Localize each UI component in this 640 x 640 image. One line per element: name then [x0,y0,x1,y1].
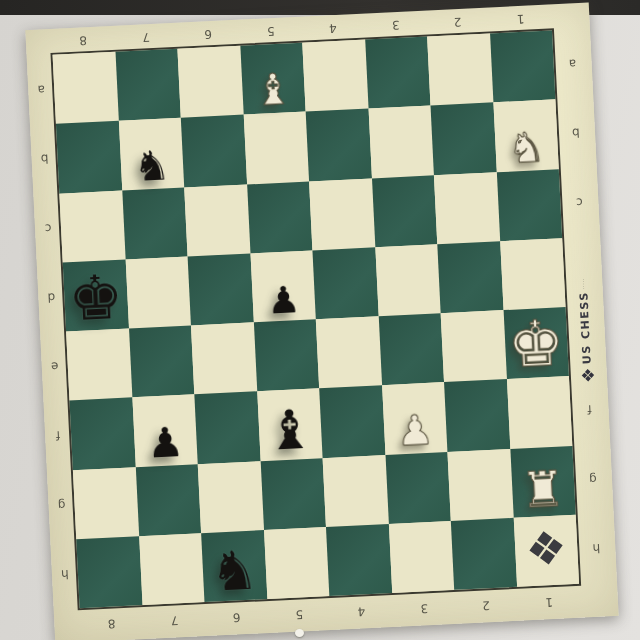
square-h4 [326,524,392,596]
rank-label-7: 7 [142,602,206,639]
square-b3 [368,106,434,178]
square-d8: ♚ [63,259,129,331]
square-e4 [316,316,382,388]
black-knight-b7: ♞ [133,145,172,188]
square-f1 [506,376,572,448]
us-chess-logo-square-icon: ❖ [522,523,570,575]
square-c4 [309,178,375,250]
square-d6 [188,253,254,325]
square-e5 [253,319,319,391]
square-a5: ♝ [240,43,306,115]
square-c1 [496,169,562,241]
file-label-f: f [44,401,73,471]
square-a1 [490,30,556,102]
square-b1: ♞ [493,100,559,172]
square-c8 [59,190,125,262]
square-h7 [139,533,205,605]
square-f6 [194,392,260,464]
chess-board: ♝♞♞♚♟♚♟♝♟♜♞❖ [53,30,579,608]
rank-label-4: 4 [329,593,393,630]
square-d3 [375,244,441,316]
white-pawn-f3: ♟ [396,409,435,452]
square-g4 [323,455,389,527]
square-f5: ♝ [257,388,323,460]
file-label-a: a [27,55,56,125]
us-chess-diamond-icon: ❖ [580,366,596,384]
square-b5 [243,112,309,184]
square-g8 [73,467,139,539]
file-label-h: h [576,513,617,584]
square-a7 [115,49,181,121]
black-pawn-d5: ♟ [266,281,301,320]
rank-label-1: 1 [517,584,581,621]
square-h2 [451,518,517,590]
file-label-c: c [33,193,62,263]
square-f3: ♟ [382,382,448,454]
square-e7 [129,325,195,397]
square-a3 [365,37,431,109]
white-rook-g1: ♜ [520,464,566,515]
square-d1 [500,238,566,310]
square-e1: ♚ [503,307,569,379]
square-a2 [427,33,493,105]
rank-label-3: 3 [392,590,456,627]
file-label-b: b [555,98,596,169]
square-b6 [181,115,247,187]
square-g6 [198,461,264,533]
square-e6 [191,322,257,394]
file-label-h: h [50,539,79,609]
file-label-f: f [569,374,610,445]
square-a4 [302,40,368,112]
square-f4 [319,385,385,457]
square-a8 [53,52,119,124]
square-b8 [56,121,122,193]
square-h6: ♞ [201,530,267,602]
file-label-c: c [559,167,600,238]
square-g1: ♜ [510,445,576,517]
square-g5 [260,458,326,530]
square-h5 [264,527,330,599]
square-b2 [431,103,497,175]
us-chess-small-print: ····· [581,278,587,290]
file-label-g: g [572,444,613,515]
square-c6 [184,184,250,256]
square-d4 [312,247,378,319]
black-bishop-f5: ♝ [264,402,315,458]
square-f2 [444,379,510,451]
white-king-e1: ♚ [506,311,565,377]
square-d5: ♟ [250,250,316,322]
stray-white-speck [295,629,304,637]
square-c3 [371,175,437,247]
photo-scene: 87654321 87654321 abcdefgh abcfgh ♝♞♞♚♟♚… [0,0,640,640]
vinyl-chess-mat: 87654321 87654321 abcdefgh abcfgh ♝♞♞♚♟♚… [25,3,618,640]
file-label-e: e [40,332,69,402]
white-knight-b1: ♞ [507,126,546,169]
square-h3 [388,521,454,593]
square-c7 [122,187,188,259]
rank-label-8: 8 [51,26,115,55]
square-f7: ♟ [132,395,198,467]
rank-label-2: 2 [454,587,518,624]
rank-label-4: 4 [301,14,365,43]
white-bishop-a5: ♝ [253,68,293,112]
square-f8 [69,398,135,470]
square-d7 [125,256,191,328]
square-e3 [378,313,444,385]
square-g3 [385,452,451,524]
black-king-d8: ♚ [67,266,125,330]
rank-label-3: 3 [363,11,427,40]
square-b4 [306,109,372,181]
rank-label-6: 6 [204,599,268,636]
black-pawn-f7: ♟ [146,421,185,464]
square-d2 [437,241,503,313]
black-knight-h6: ♞ [209,543,260,599]
square-c5 [247,181,313,253]
rank-label-5: 5 [267,596,331,633]
rank-label-8: 8 [80,605,144,640]
file-label-a: a [552,29,593,100]
square-g7 [135,464,201,536]
square-g2 [447,448,513,520]
square-h8 [76,536,142,608]
square-e8 [66,328,132,400]
us-chess-wordmark: US CHESS [577,291,594,364]
file-label-b: b [30,124,59,194]
file-label-g: g [47,470,76,540]
square-e2 [441,310,507,382]
square-h1: ❖ [513,515,579,587]
us-chess-brand-block: ❖ US CHESS ····· [564,250,606,384]
rank-label-5: 5 [239,17,303,46]
file-label-d: d [37,262,66,332]
rank-label-2: 2 [426,8,490,37]
square-b7: ♞ [118,118,184,190]
square-a6 [177,46,243,118]
rank-label-6: 6 [176,20,240,49]
rank-label-7: 7 [114,23,178,52]
square-c2 [434,172,500,244]
rank-label-1: 1 [488,4,552,33]
